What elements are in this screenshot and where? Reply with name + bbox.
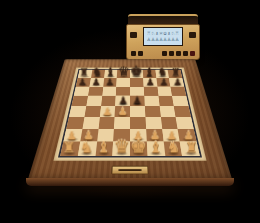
square-d1[interactable]: ♛ bbox=[113, 142, 130, 156]
brand-plaque bbox=[111, 166, 148, 175]
square-e7[interactable] bbox=[130, 78, 144, 87]
square-e3[interactable] bbox=[130, 117, 146, 129]
square-c3[interactable] bbox=[98, 117, 115, 129]
piece-white-pawn[interactable]: ♟ bbox=[118, 106, 127, 117]
square-f3[interactable] bbox=[145, 117, 162, 129]
piece-white-knight[interactable]: ♞ bbox=[80, 140, 93, 155]
square-f4[interactable] bbox=[145, 106, 161, 117]
square-f7[interactable]: ♟ bbox=[143, 78, 157, 87]
square-a3[interactable] bbox=[66, 117, 84, 129]
square-d3[interactable] bbox=[114, 117, 130, 129]
square-h1[interactable]: ♜ bbox=[180, 142, 200, 156]
square-d4[interactable]: ♟ bbox=[115, 106, 130, 117]
square-e8[interactable]: ♚ bbox=[130, 70, 143, 78]
piece-black-pawn[interactable]: ♟ bbox=[146, 77, 154, 86]
square-e1[interactable]: ♚ bbox=[130, 142, 147, 156]
board-margin: ♜♞♝♛♚♝♞♜♟♟♟♟♟♟♟♟♟♟♟♟♟♟♟♟♜♞♝♛♚♝♞♜ bbox=[53, 67, 206, 160]
piece-white-queen[interactable]: ♛ bbox=[113, 137, 129, 155]
square-h6[interactable] bbox=[171, 87, 187, 96]
board-scene: ♜♞♝♛♚♝♞♜♟♟♟♟♟♟♟♟♟♟♟♟♟♟♟♟♜♞♝♛♚♝♞♜ bbox=[0, 0, 260, 223]
square-c1[interactable]: ♝ bbox=[95, 142, 113, 156]
square-b7[interactable]: ♟ bbox=[89, 78, 104, 87]
square-b3[interactable] bbox=[82, 117, 99, 129]
square-a1[interactable]: ♜ bbox=[60, 142, 80, 156]
piece-white-rook[interactable]: ♜ bbox=[63, 141, 75, 155]
square-h7[interactable]: ♟ bbox=[169, 78, 184, 87]
piece-black-pawn[interactable]: ♟ bbox=[79, 77, 87, 86]
piece-black-queen[interactable]: ♛ bbox=[118, 64, 130, 77]
piece-white-pawn[interactable]: ♟ bbox=[102, 106, 111, 117]
square-f1[interactable]: ♝ bbox=[147, 142, 165, 156]
piece-black-king[interactable]: ♚ bbox=[130, 64, 142, 78]
product-photo-stage: ♖♘♗♕♔♗♘♖ ♙♙♙♙♙♙♙♙ ♜♞♝♛♚♝♞♜♟♟♟♟♟♟♟♟♟♟♟♟♟♟… bbox=[0, 0, 260, 223]
square-g5[interactable] bbox=[158, 96, 174, 106]
square-c7[interactable]: ♟ bbox=[103, 78, 117, 87]
board-frame: ♜♞♝♛♚♝♞♜♟♟♟♟♟♟♟♟♟♟♟♟♟♟♟♟♜♞♝♛♚♝♞♜ bbox=[28, 59, 232, 179]
piece-white-bishop[interactable]: ♝ bbox=[149, 139, 163, 155]
chess-board: ♜♞♝♛♚♝♞♜♟♟♟♟♟♟♟♟♟♟♟♟♟♟♟♟♜♞♝♛♚♝♞♜ bbox=[28, 59, 232, 179]
piece-white-knight[interactable]: ♞ bbox=[167, 140, 180, 155]
piece-black-pawn[interactable]: ♟ bbox=[133, 95, 142, 105]
board-squares: ♜♞♝♛♚♝♞♜♟♟♟♟♟♟♟♟♟♟♟♟♟♟♟♟♜♞♝♛♚♝♞♜ bbox=[58, 69, 202, 157]
square-g1[interactable]: ♞ bbox=[163, 142, 182, 156]
piece-white-bishop[interactable]: ♝ bbox=[97, 139, 111, 155]
piece-black-pawn[interactable]: ♟ bbox=[173, 77, 181, 86]
square-e5[interactable]: ♟ bbox=[130, 96, 145, 106]
piece-white-rook[interactable]: ♜ bbox=[185, 141, 197, 155]
square-e4[interactable] bbox=[130, 106, 145, 117]
square-a5[interactable] bbox=[71, 96, 87, 106]
square-b6[interactable] bbox=[88, 87, 103, 96]
piece-black-pawn[interactable]: ♟ bbox=[160, 77, 168, 86]
board-front-edge bbox=[26, 178, 234, 186]
square-f6[interactable] bbox=[144, 87, 159, 96]
square-b1[interactable]: ♞ bbox=[78, 142, 97, 156]
square-d7[interactable] bbox=[116, 78, 130, 87]
square-c4[interactable]: ♟ bbox=[100, 106, 116, 117]
square-b5[interactable] bbox=[86, 96, 102, 106]
square-h4[interactable] bbox=[174, 106, 191, 117]
square-f5[interactable] bbox=[144, 96, 159, 106]
square-c6[interactable] bbox=[102, 87, 117, 96]
square-d8[interactable]: ♛ bbox=[117, 70, 130, 78]
square-h5[interactable] bbox=[172, 96, 188, 106]
piece-white-king[interactable]: ♚ bbox=[130, 137, 147, 156]
square-b4[interactable] bbox=[84, 106, 100, 117]
piece-black-pawn[interactable]: ♟ bbox=[92, 77, 100, 86]
piece-black-pawn[interactable]: ♟ bbox=[118, 95, 127, 105]
piece-black-pawn[interactable]: ♟ bbox=[106, 77, 114, 86]
square-h3[interactable] bbox=[176, 117, 194, 129]
